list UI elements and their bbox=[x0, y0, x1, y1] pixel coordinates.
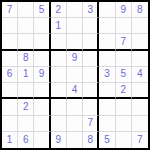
sudoku-cell-r5c6[interactable] bbox=[83, 67, 99, 83]
sudoku-cell-r6c4[interactable] bbox=[51, 83, 67, 99]
sudoku-cell-r2c7[interactable] bbox=[99, 18, 115, 34]
sudoku-cell-r1c2[interactable] bbox=[18, 2, 34, 18]
sudoku-cell-r9c2[interactable]: 6 bbox=[18, 132, 34, 148]
sudoku-cell-r5c3[interactable]: 9 bbox=[34, 67, 50, 83]
sudoku-cell-r5c2[interactable]: 1 bbox=[18, 67, 34, 83]
sudoku-cell-r6c2[interactable] bbox=[18, 83, 34, 99]
sudoku-cell-r3c4[interactable] bbox=[51, 34, 67, 50]
sudoku-cell-r8c1[interactable] bbox=[2, 116, 18, 132]
sudoku-cell-r2c1[interactable] bbox=[2, 18, 18, 34]
sudoku-cell-r4c5[interactable]: 9 bbox=[67, 51, 83, 67]
sudoku-cell-r1c7[interactable] bbox=[99, 2, 115, 18]
sudoku-cell-r3c5[interactable] bbox=[67, 34, 83, 50]
sudoku-cell-r6c5[interactable]: 4 bbox=[67, 83, 83, 99]
sudoku-cell-r3c6[interactable] bbox=[83, 34, 99, 50]
sudoku-cell-r1c4[interactable]: 2 bbox=[51, 2, 67, 18]
sudoku-cell-r8c2[interactable] bbox=[18, 116, 34, 132]
sudoku-cell-r9c1[interactable]: 1 bbox=[2, 132, 18, 148]
sudoku-cell-r9c3[interactable] bbox=[34, 132, 50, 148]
sudoku-cell-r7c1[interactable] bbox=[2, 99, 18, 115]
sudoku-cell-r4c9[interactable] bbox=[132, 51, 148, 67]
sudoku-cell-r5c9[interactable]: 4 bbox=[132, 67, 148, 83]
sudoku-cell-r2c2[interactable] bbox=[18, 18, 34, 34]
sudoku-cell-r3c9[interactable] bbox=[132, 34, 148, 50]
sudoku-cell-r4c3[interactable] bbox=[34, 51, 50, 67]
sudoku-cell-r4c8[interactable] bbox=[116, 51, 132, 67]
sudoku-cell-r3c7[interactable] bbox=[99, 34, 115, 50]
sudoku-cell-r9c5[interactable] bbox=[67, 132, 83, 148]
sudoku-cell-r9c8[interactable] bbox=[116, 132, 132, 148]
sudoku-cell-r4c6[interactable] bbox=[83, 51, 99, 67]
sudoku-cell-r9c4[interactable]: 9 bbox=[51, 132, 67, 148]
sudoku-cell-r8c7[interactable] bbox=[99, 116, 115, 132]
sudoku-cell-r7c8[interactable] bbox=[116, 99, 132, 115]
sudoku-cell-r1c5[interactable] bbox=[67, 2, 83, 18]
sudoku-cell-r8c9[interactable] bbox=[132, 116, 148, 132]
sudoku-cell-r2c6[interactable] bbox=[83, 18, 99, 34]
sudoku-cell-r9c6[interactable]: 8 bbox=[83, 132, 99, 148]
sudoku-board: 75239817896193544227169857 bbox=[0, 0, 150, 150]
sudoku-cell-r9c9[interactable]: 7 bbox=[132, 132, 148, 148]
sudoku-cell-r7c4[interactable] bbox=[51, 99, 67, 115]
sudoku-cell-r2c3[interactable] bbox=[34, 18, 50, 34]
sudoku-cell-r6c8[interactable]: 2 bbox=[116, 83, 132, 99]
sudoku-cell-r4c1[interactable] bbox=[2, 51, 18, 67]
sudoku-cell-r5c7[interactable]: 3 bbox=[99, 67, 115, 83]
sudoku-cell-r1c3[interactable]: 5 bbox=[34, 2, 50, 18]
sudoku-cell-r3c8[interactable]: 7 bbox=[116, 34, 132, 50]
sudoku-cell-r5c4[interactable] bbox=[51, 67, 67, 83]
sudoku-cell-r6c6[interactable] bbox=[83, 83, 99, 99]
sudoku-cell-r7c6[interactable] bbox=[83, 99, 99, 115]
sudoku-cell-r6c3[interactable] bbox=[34, 83, 50, 99]
sudoku-cell-r3c2[interactable] bbox=[18, 34, 34, 50]
sudoku-cell-r5c5[interactable] bbox=[67, 67, 83, 83]
sudoku-cell-r4c7[interactable] bbox=[99, 51, 115, 67]
sudoku-cell-r6c7[interactable] bbox=[99, 83, 115, 99]
sudoku-cell-r3c1[interactable] bbox=[2, 34, 18, 50]
sudoku-cell-r2c9[interactable] bbox=[132, 18, 148, 34]
sudoku-cell-r4c2[interactable]: 8 bbox=[18, 51, 34, 67]
sudoku-cell-r3c3[interactable] bbox=[34, 34, 50, 50]
sudoku-cell-r2c8[interactable] bbox=[116, 18, 132, 34]
sudoku-cell-r1c1[interactable]: 7 bbox=[2, 2, 18, 18]
sudoku-cell-r7c2[interactable]: 2 bbox=[18, 99, 34, 115]
sudoku-cell-r5c8[interactable]: 5 bbox=[116, 67, 132, 83]
sudoku-cell-r5c1[interactable]: 6 bbox=[2, 67, 18, 83]
sudoku-cell-r2c4[interactable]: 1 bbox=[51, 18, 67, 34]
sudoku-cell-r4c4[interactable] bbox=[51, 51, 67, 67]
sudoku-cell-r7c9[interactable] bbox=[132, 99, 148, 115]
sudoku-cell-r2c5[interactable] bbox=[67, 18, 83, 34]
sudoku-cell-r9c7[interactable]: 5 bbox=[99, 132, 115, 148]
sudoku-cell-r8c6[interactable]: 7 bbox=[83, 116, 99, 132]
sudoku-cell-r8c4[interactable] bbox=[51, 116, 67, 132]
sudoku-cell-r7c5[interactable] bbox=[67, 99, 83, 115]
sudoku-cell-r7c7[interactable] bbox=[99, 99, 115, 115]
sudoku-cell-r1c8[interactable]: 9 bbox=[116, 2, 132, 18]
sudoku-cell-r8c8[interactable] bbox=[116, 116, 132, 132]
sudoku-cell-r6c1[interactable] bbox=[2, 83, 18, 99]
sudoku-cell-r1c9[interactable]: 8 bbox=[132, 2, 148, 18]
sudoku-cell-r7c3[interactable] bbox=[34, 99, 50, 115]
sudoku-cell-r8c3[interactable] bbox=[34, 116, 50, 132]
sudoku-cell-r6c9[interactable] bbox=[132, 83, 148, 99]
sudoku-cell-r8c5[interactable] bbox=[67, 116, 83, 132]
sudoku-cell-r1c6[interactable]: 3 bbox=[83, 2, 99, 18]
